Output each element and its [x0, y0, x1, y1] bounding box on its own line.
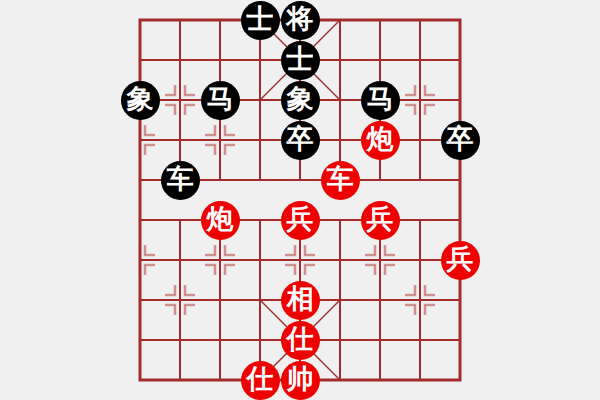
- piece-glyph: 帅: [287, 366, 314, 393]
- black-general[interactable]: 将: [281, 1, 320, 40]
- black-advisor[interactable]: 士: [281, 41, 320, 80]
- piece-glyph: 将: [287, 6, 314, 33]
- black-horse[interactable]: 马: [201, 81, 240, 120]
- piece-glyph: 象: [127, 86, 154, 113]
- black-pawn[interactable]: 卒: [441, 121, 480, 160]
- red-chariot[interactable]: 车: [321, 161, 360, 200]
- piece-glyph: 卒: [287, 126, 314, 153]
- red-advisor[interactable]: 仕: [281, 321, 320, 360]
- piece-glyph: 炮: [367, 126, 394, 153]
- piece-glyph: 炮: [207, 206, 234, 233]
- red-cannon[interactable]: 炮: [201, 201, 240, 240]
- piece-glyph: 仕: [247, 366, 274, 393]
- piece-glyph: 马: [367, 86, 394, 113]
- piece-glyph: 相: [287, 286, 314, 313]
- red-general[interactable]: 帅: [281, 361, 320, 400]
- black-horse[interactable]: 马: [361, 81, 400, 120]
- xiangqi-board: 士将士象马象马卒炮卒车车炮兵兵兵相仕仕帅: [120, 0, 480, 400]
- black-elephant[interactable]: 象: [281, 81, 320, 120]
- piece-glyph: 象: [287, 86, 314, 113]
- piece-glyph: 士: [247, 6, 274, 33]
- piece-glyph: 兵: [287, 206, 314, 233]
- piece-glyph: 兵: [447, 246, 474, 273]
- piece-glyph: 车: [327, 166, 354, 193]
- black-chariot[interactable]: 车: [161, 161, 200, 200]
- black-advisor[interactable]: 士: [241, 1, 280, 40]
- piece-glyph: 马: [207, 86, 234, 113]
- piece-glyph: 卒: [447, 126, 474, 153]
- piece-glyph: 车: [167, 166, 194, 193]
- red-cannon[interactable]: 炮: [361, 121, 400, 160]
- app-background: 士将士象马象马卒炮卒车车炮兵兵兵相仕仕帅: [0, 0, 600, 400]
- red-advisor[interactable]: 仕: [241, 361, 280, 400]
- red-pawn[interactable]: 兵: [281, 201, 320, 240]
- red-elephant[interactable]: 相: [281, 281, 320, 320]
- red-pawn[interactable]: 兵: [361, 201, 400, 240]
- piece-glyph: 士: [287, 46, 314, 73]
- black-pawn[interactable]: 卒: [281, 121, 320, 160]
- black-elephant[interactable]: 象: [121, 81, 160, 120]
- red-pawn[interactable]: 兵: [441, 241, 480, 280]
- piece-glyph: 兵: [367, 206, 394, 233]
- piece-glyph: 仕: [287, 326, 314, 353]
